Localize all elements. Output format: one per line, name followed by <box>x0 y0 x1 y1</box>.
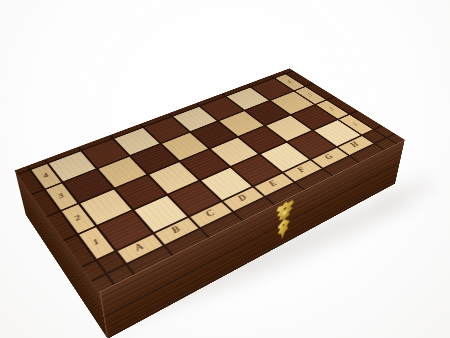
file-coordinate: E <box>268 180 280 188</box>
rank-coordinate: 2 <box>328 107 336 112</box>
rank-coordinate: 4 <box>42 172 51 179</box>
file-coordinate: G <box>323 154 335 162</box>
rank-coordinate: 3 <box>306 93 314 97</box>
rank-coordinate: 3 <box>57 192 66 200</box>
rank-coordinate: 4 <box>286 80 293 84</box>
file-coordinate: F <box>296 166 308 174</box>
photo-scene: 44332211ABCDEFGH <box>0 0 450 338</box>
file-coordinate: D <box>237 194 250 203</box>
file-coordinate: A <box>133 243 146 254</box>
rank-coordinate: 2 <box>73 214 83 222</box>
file-coordinate: C <box>205 209 218 218</box>
rank-coordinate: 1 <box>91 238 101 247</box>
rank-coordinate: 1 <box>351 122 360 127</box>
file-coordinate: B <box>170 226 183 236</box>
brass-clasp <box>272 196 296 245</box>
file-coordinate: H <box>349 141 362 148</box>
